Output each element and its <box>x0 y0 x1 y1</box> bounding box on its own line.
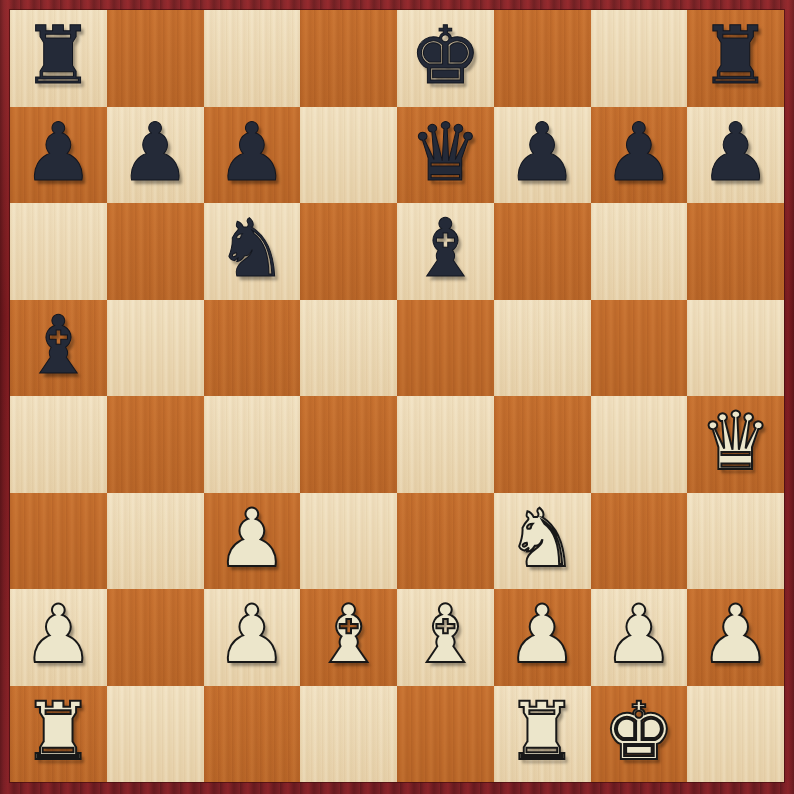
square-g6[interactable] <box>591 203 688 300</box>
square-e4[interactable] <box>397 396 494 493</box>
square-a8[interactable]: ♜ <box>10 10 107 107</box>
square-e1[interactable] <box>397 686 494 783</box>
square-c3[interactable]: ♟ <box>204 493 301 590</box>
square-e2[interactable]: ♝ <box>397 589 494 686</box>
black-pawn-a7[interactable]: ♟ <box>23 113 95 193</box>
square-a7[interactable]: ♟ <box>10 107 107 204</box>
square-b6[interactable] <box>107 203 204 300</box>
square-b4[interactable] <box>107 396 204 493</box>
white-bishop-d2[interactable]: ♝ <box>313 595 385 675</box>
white-pawn-c2[interactable]: ♟ <box>216 595 288 675</box>
square-e8[interactable]: ♚ <box>397 10 494 107</box>
black-pawn-b7[interactable]: ♟ <box>119 113 191 193</box>
board-frame: ♜♚♜♟♟♟♛♟♟♟♞♝♝♛♟♞♟♟♝♝♟♟♟♜♜♚ <box>0 0 794 794</box>
square-c5[interactable] <box>204 300 301 397</box>
square-b1[interactable] <box>107 686 204 783</box>
black-rook-a8[interactable]: ♜ <box>23 16 95 96</box>
square-e3[interactable] <box>397 493 494 590</box>
square-h1[interactable] <box>687 686 784 783</box>
square-c7[interactable]: ♟ <box>204 107 301 204</box>
square-g8[interactable] <box>591 10 688 107</box>
white-rook-a1[interactable]: ♜ <box>23 692 95 772</box>
square-h6[interactable] <box>687 203 784 300</box>
white-pawn-c3[interactable]: ♟ <box>216 499 288 579</box>
square-h3[interactable] <box>687 493 784 590</box>
square-h8[interactable]: ♜ <box>687 10 784 107</box>
square-f4[interactable] <box>494 396 591 493</box>
square-c8[interactable] <box>204 10 301 107</box>
square-d3[interactable] <box>300 493 397 590</box>
square-d5[interactable] <box>300 300 397 397</box>
square-e6[interactable]: ♝ <box>397 203 494 300</box>
square-h7[interactable]: ♟ <box>687 107 784 204</box>
square-g1[interactable]: ♚ <box>591 686 688 783</box>
square-g2[interactable]: ♟ <box>591 589 688 686</box>
black-bishop-e6[interactable]: ♝ <box>410 209 482 289</box>
square-f7[interactable]: ♟ <box>494 107 591 204</box>
square-e7[interactable]: ♛ <box>397 107 494 204</box>
square-d1[interactable] <box>300 686 397 783</box>
square-h5[interactable] <box>687 300 784 397</box>
white-pawn-a2[interactable]: ♟ <box>23 595 95 675</box>
square-b8[interactable] <box>107 10 204 107</box>
square-g3[interactable] <box>591 493 688 590</box>
square-d2[interactable]: ♝ <box>300 589 397 686</box>
square-a3[interactable] <box>10 493 107 590</box>
white-pawn-h2[interactable]: ♟ <box>700 595 772 675</box>
square-d6[interactable] <box>300 203 397 300</box>
square-g7[interactable]: ♟ <box>591 107 688 204</box>
square-c6[interactable]: ♞ <box>204 203 301 300</box>
square-d7[interactable] <box>300 107 397 204</box>
square-b7[interactable]: ♟ <box>107 107 204 204</box>
white-rook-f1[interactable]: ♜ <box>506 692 578 772</box>
black-king-e8[interactable]: ♚ <box>410 16 482 96</box>
square-a4[interactable] <box>10 396 107 493</box>
square-f5[interactable] <box>494 300 591 397</box>
black-pawn-g7[interactable]: ♟ <box>603 113 675 193</box>
square-a2[interactable]: ♟ <box>10 589 107 686</box>
square-a5[interactable]: ♝ <box>10 300 107 397</box>
square-d8[interactable] <box>300 10 397 107</box>
black-rook-h8[interactable]: ♜ <box>700 16 772 96</box>
black-queen-e7[interactable]: ♛ <box>410 113 482 193</box>
white-queen-h4[interactable]: ♛ <box>700 402 772 482</box>
square-e5[interactable] <box>397 300 494 397</box>
square-b5[interactable] <box>107 300 204 397</box>
square-f2[interactable]: ♟ <box>494 589 591 686</box>
square-d4[interactable] <box>300 396 397 493</box>
white-pawn-f2[interactable]: ♟ <box>506 595 578 675</box>
white-pawn-g2[interactable]: ♟ <box>603 595 675 675</box>
black-pawn-h7[interactable]: ♟ <box>700 113 772 193</box>
square-f1[interactable]: ♜ <box>494 686 591 783</box>
square-c2[interactable]: ♟ <box>204 589 301 686</box>
square-f6[interactable] <box>494 203 591 300</box>
square-c4[interactable] <box>204 396 301 493</box>
white-king-g1[interactable]: ♚ <box>603 692 675 772</box>
square-g5[interactable] <box>591 300 688 397</box>
white-bishop-e2[interactable]: ♝ <box>410 595 482 675</box>
square-g4[interactable] <box>591 396 688 493</box>
square-h4[interactable]: ♛ <box>687 396 784 493</box>
black-pawn-f7[interactable]: ♟ <box>506 113 578 193</box>
black-knight-c6[interactable]: ♞ <box>216 209 288 289</box>
square-b3[interactable] <box>107 493 204 590</box>
black-bishop-a5[interactable]: ♝ <box>23 306 95 386</box>
chess-board: ♜♚♜♟♟♟♛♟♟♟♞♝♝♛♟♞♟♟♝♝♟♟♟♜♜♚ <box>10 10 784 782</box>
square-h2[interactable]: ♟ <box>687 589 784 686</box>
square-f3[interactable]: ♞ <box>494 493 591 590</box>
square-a1[interactable]: ♜ <box>10 686 107 783</box>
square-a6[interactable] <box>10 203 107 300</box>
white-knight-f3[interactable]: ♞ <box>506 499 578 579</box>
square-b2[interactable] <box>107 589 204 686</box>
black-pawn-c7[interactable]: ♟ <box>216 113 288 193</box>
square-c1[interactable] <box>204 686 301 783</box>
square-f8[interactable] <box>494 10 591 107</box>
